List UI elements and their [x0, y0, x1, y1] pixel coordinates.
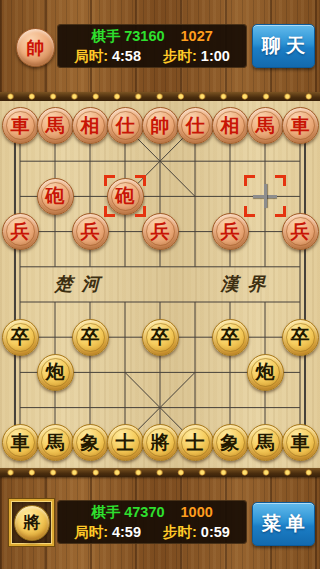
piece-red-砲[interactable]: 砲 — [107, 178, 144, 215]
piece-red-帥[interactable]: 帥 — [142, 107, 179, 144]
piece-black-象[interactable]: 象 — [212, 424, 249, 461]
piece-black-象[interactable]: 象 — [72, 424, 109, 461]
piece-red-馬[interactable]: 馬 — [37, 107, 74, 144]
top-player-rating: 1027 — [181, 29, 213, 44]
piece-black-卒[interactable]: 卒 — [2, 319, 39, 356]
bottom-game-time-label: 局时: — [74, 525, 108, 540]
piece-black-卒[interactable]: 卒 — [142, 319, 179, 356]
origin-crosshair-marker — [244, 175, 286, 217]
board-rail-top-studs — [0, 92, 320, 101]
xiangqi-board[interactable]: 楚河 漢界 車馬相仕帥仕相馬車砲砲兵兵兵兵兵卒卒卒卒卒炮炮車馬象士將士象馬車 — [0, 101, 320, 468]
piece-red-仕[interactable]: 仕 — [177, 107, 214, 144]
piece-red-兵[interactable]: 兵 — [212, 213, 249, 250]
piece-red-相[interactable]: 相 — [72, 107, 109, 144]
piece-red-相[interactable]: 相 — [212, 107, 249, 144]
top-move-time-value: 1:00 — [201, 49, 230, 64]
piece-black-士[interactable]: 士 — [107, 424, 144, 461]
bottom-player-rating: 1000 — [181, 505, 213, 520]
top-move-time-label: 步时: — [163, 49, 197, 64]
piece-black-馬[interactable]: 馬 — [247, 424, 284, 461]
top-game-time-value: 4:58 — [112, 49, 141, 64]
piece-red-馬[interactable]: 馬 — [247, 107, 284, 144]
top-player-timers-row: 局时: 4:58 步时: 1:00 — [57, 49, 247, 64]
bottom-move-time-label: 步时: — [163, 525, 197, 540]
bottom-player-avatar-black-general-icon: 將 — [14, 505, 50, 541]
bottom-player-active-turn-frame: 將 — [9, 499, 54, 546]
xiangqi-app: 帥 棋手 73160 1027 局时: 4:58 步时: 1:00 聊天 — [0, 0, 320, 569]
bottom-move-time-value: 0:59 — [201, 525, 230, 540]
bottom-game-time-value: 4:59 — [112, 525, 141, 540]
bottom-player-timers-row: 局时: 4:59 步时: 0:59 — [57, 525, 247, 540]
piece-black-馬[interactable]: 馬 — [37, 424, 74, 461]
piece-black-士[interactable]: 士 — [177, 424, 214, 461]
top-player-info-panel: 棋手 73160 1027 局时: 4:58 步时: 1:00 — [57, 24, 247, 68]
piece-red-車[interactable]: 車 — [2, 107, 39, 144]
piece-red-兵[interactable]: 兵 — [142, 213, 179, 250]
piece-red-兵[interactable]: 兵 — [2, 213, 39, 250]
piece-red-仕[interactable]: 仕 — [107, 107, 144, 144]
top-player-avatar-red-general-icon: 帥 — [16, 28, 55, 67]
bottom-player-name: 棋手 47370 — [91, 505, 164, 520]
pieces-layer: 車馬相仕帥仕相馬車砲砲兵兵兵兵兵卒卒卒卒卒炮炮車馬象士將士象馬車 — [3, 108, 318, 460]
bottom-player-identity-row: 棋手 47370 1000 — [57, 505, 247, 520]
piece-black-車[interactable]: 車 — [282, 424, 319, 461]
piece-black-卒[interactable]: 卒 — [72, 319, 109, 356]
piece-black-將[interactable]: 將 — [142, 424, 179, 461]
piece-red-車[interactable]: 車 — [282, 107, 319, 144]
bottom-player-info-panel: 棋手 47370 1000 局时: 4:59 步时: 0:59 — [57, 500, 247, 544]
piece-red-兵[interactable]: 兵 — [282, 213, 319, 250]
piece-black-卒[interactable]: 卒 — [212, 319, 249, 356]
top-player-name: 棋手 73160 — [91, 29, 164, 44]
menu-button[interactable]: 菜单 — [252, 502, 315, 546]
piece-red-兵[interactable]: 兵 — [72, 213, 109, 250]
top-game-time-label: 局时: — [74, 49, 108, 64]
piece-black-炮[interactable]: 炮 — [247, 354, 284, 391]
piece-red-砲[interactable]: 砲 — [37, 178, 74, 215]
piece-black-卒[interactable]: 卒 — [282, 319, 319, 356]
top-player-identity-row: 棋手 73160 1027 — [57, 29, 247, 44]
piece-black-車[interactable]: 車 — [2, 424, 39, 461]
piece-black-炮[interactable]: 炮 — [37, 354, 74, 391]
chat-button[interactable]: 聊天 — [252, 24, 315, 68]
board-rail-bottom-studs — [0, 468, 320, 477]
